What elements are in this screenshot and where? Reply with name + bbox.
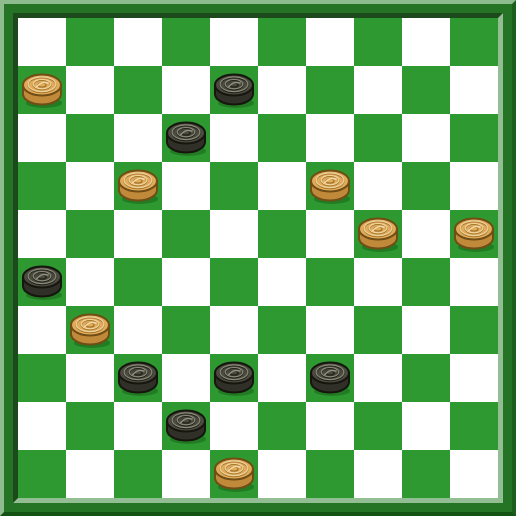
board-square xyxy=(66,354,114,402)
board-square xyxy=(402,210,450,258)
board-square[interactable] xyxy=(450,210,498,258)
board-square[interactable] xyxy=(306,66,354,114)
board-square xyxy=(210,306,258,354)
board-square xyxy=(306,114,354,162)
checker-svg xyxy=(308,165,352,205)
board-square[interactable] xyxy=(18,450,66,498)
checker-svg xyxy=(356,213,400,253)
dark-checker[interactable] xyxy=(116,357,160,397)
board-square[interactable] xyxy=(210,450,258,498)
board-square[interactable] xyxy=(354,306,402,354)
board-square xyxy=(114,210,162,258)
board-square[interactable] xyxy=(162,210,210,258)
board-square[interactable] xyxy=(18,162,66,210)
board-square xyxy=(162,162,210,210)
board-square xyxy=(450,450,498,498)
board-square[interactable] xyxy=(210,66,258,114)
board-square xyxy=(258,354,306,402)
board-square[interactable] xyxy=(306,162,354,210)
board-square xyxy=(402,402,450,450)
board-square[interactable] xyxy=(210,258,258,306)
checker-svg xyxy=(212,453,256,493)
dark-checker[interactable] xyxy=(212,69,256,109)
board-square xyxy=(306,18,354,66)
board-square xyxy=(306,306,354,354)
board-square xyxy=(66,66,114,114)
board-square[interactable] xyxy=(258,306,306,354)
board-square[interactable] xyxy=(450,402,498,450)
board-square[interactable] xyxy=(258,402,306,450)
checker-svg xyxy=(164,405,208,445)
board-square[interactable] xyxy=(66,18,114,66)
board-square[interactable] xyxy=(354,402,402,450)
board-square xyxy=(66,258,114,306)
board-square xyxy=(258,258,306,306)
board-square[interactable] xyxy=(66,114,114,162)
light-checker[interactable] xyxy=(116,165,160,205)
board-square xyxy=(354,450,402,498)
board-square[interactable] xyxy=(162,114,210,162)
dark-checker[interactable] xyxy=(164,405,208,445)
board-square xyxy=(162,66,210,114)
board-inner-bevel xyxy=(13,13,503,503)
board-square[interactable] xyxy=(258,114,306,162)
light-checker[interactable] xyxy=(68,309,112,349)
board-square xyxy=(402,18,450,66)
board-square xyxy=(354,66,402,114)
board-square xyxy=(114,18,162,66)
board-square[interactable] xyxy=(450,18,498,66)
board-square[interactable] xyxy=(18,354,66,402)
checker-svg xyxy=(308,357,352,397)
board-square[interactable] xyxy=(210,162,258,210)
board-square[interactable] xyxy=(402,66,450,114)
board-square[interactable] xyxy=(114,66,162,114)
board-square[interactable] xyxy=(306,354,354,402)
board-square[interactable] xyxy=(66,306,114,354)
board-square xyxy=(258,450,306,498)
board-square xyxy=(258,162,306,210)
board-square xyxy=(258,66,306,114)
board-square xyxy=(18,18,66,66)
board-square[interactable] xyxy=(402,450,450,498)
dark-checker[interactable] xyxy=(308,357,352,397)
board-square[interactable] xyxy=(354,210,402,258)
board-square xyxy=(450,66,498,114)
board-square[interactable] xyxy=(162,306,210,354)
board-square xyxy=(114,114,162,162)
board-square xyxy=(66,450,114,498)
board-square[interactable] xyxy=(258,18,306,66)
board-square xyxy=(402,114,450,162)
board-square[interactable] xyxy=(402,354,450,402)
board-square[interactable] xyxy=(18,66,66,114)
board-square[interactable] xyxy=(162,18,210,66)
light-checker[interactable] xyxy=(356,213,400,253)
checker-svg xyxy=(20,261,64,301)
board-square xyxy=(450,354,498,402)
board-square xyxy=(210,402,258,450)
board-square xyxy=(450,258,498,306)
board-square xyxy=(162,354,210,402)
checker-svg xyxy=(212,357,256,397)
board-square[interactable] xyxy=(306,450,354,498)
board-square[interactable] xyxy=(18,258,66,306)
checker-svg xyxy=(116,357,160,397)
board-square[interactable] xyxy=(210,354,258,402)
board-square xyxy=(354,258,402,306)
board-square xyxy=(210,114,258,162)
checker-svg xyxy=(212,69,256,109)
board-square xyxy=(402,306,450,354)
board-frame xyxy=(0,0,516,516)
board-square[interactable] xyxy=(66,210,114,258)
board-square[interactable] xyxy=(306,258,354,306)
board-square[interactable] xyxy=(114,354,162,402)
board-square xyxy=(354,162,402,210)
board-square[interactable] xyxy=(66,402,114,450)
board-square xyxy=(66,162,114,210)
board-square xyxy=(306,402,354,450)
board-square[interactable] xyxy=(162,402,210,450)
board-square[interactable] xyxy=(114,450,162,498)
board-square xyxy=(18,114,66,162)
dark-checker[interactable] xyxy=(20,261,64,301)
board-square xyxy=(18,210,66,258)
board-square[interactable] xyxy=(402,162,450,210)
board-square[interactable] xyxy=(258,210,306,258)
checker-svg xyxy=(452,213,496,253)
board-square[interactable] xyxy=(450,114,498,162)
board-square xyxy=(18,402,66,450)
checkers-board xyxy=(18,18,498,498)
board-square xyxy=(354,354,402,402)
checker-svg xyxy=(20,69,64,109)
board-square xyxy=(114,306,162,354)
board-square xyxy=(210,18,258,66)
board-square[interactable] xyxy=(114,162,162,210)
board-square[interactable] xyxy=(354,18,402,66)
board-square[interactable] xyxy=(450,306,498,354)
dark-checker[interactable] xyxy=(164,117,208,157)
checker-svg xyxy=(116,165,160,205)
board-square xyxy=(18,306,66,354)
dark-checker[interactable] xyxy=(212,357,256,397)
board-square xyxy=(210,210,258,258)
checker-svg xyxy=(164,117,208,157)
board-square xyxy=(450,162,498,210)
board-square[interactable] xyxy=(354,114,402,162)
light-checker[interactable] xyxy=(308,165,352,205)
checker-svg xyxy=(68,309,112,349)
board-square xyxy=(114,402,162,450)
board-square[interactable] xyxy=(114,258,162,306)
board-square xyxy=(162,258,210,306)
light-checker[interactable] xyxy=(212,453,256,493)
light-checker[interactable] xyxy=(20,69,64,109)
board-square xyxy=(162,450,210,498)
light-checker[interactable] xyxy=(452,213,496,253)
board-square[interactable] xyxy=(402,258,450,306)
board-square xyxy=(306,210,354,258)
